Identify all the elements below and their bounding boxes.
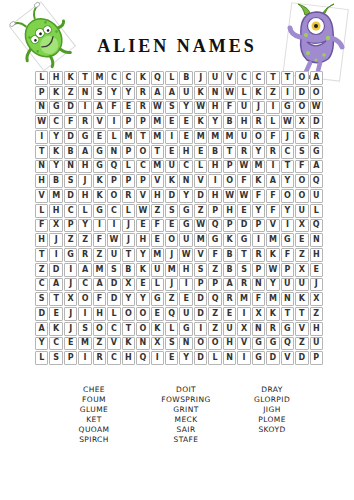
grid-cell: Y: [179, 189, 192, 203]
grid-cell: Z: [151, 204, 164, 218]
grid-cell: E: [310, 263, 323, 277]
grid-cell: E: [136, 219, 149, 233]
grid-cell: D: [194, 307, 207, 321]
grid-cell: B: [223, 115, 236, 129]
grid-cell: Y: [281, 174, 294, 188]
grid-cell: T: [281, 71, 294, 85]
grid-cell: R: [310, 130, 323, 144]
grid-cell: U: [208, 71, 221, 85]
grid-cell: O: [252, 130, 265, 144]
word-list-item: STAFE: [124, 435, 248, 445]
grid-cell: V: [35, 189, 48, 203]
grid-cell: H: [35, 174, 48, 188]
grid-cell: W: [237, 160, 250, 174]
grid-cell: H: [223, 204, 236, 218]
grid-cell: W: [310, 101, 323, 115]
grid-cell: K: [49, 322, 62, 336]
grid-cell: C: [107, 322, 120, 336]
grid-cell: C: [281, 145, 294, 159]
grid-cell: L: [122, 204, 135, 218]
grid-cell: P: [35, 86, 48, 100]
grid-cell: J: [194, 71, 207, 85]
grid-cell: K: [194, 86, 207, 100]
grid-cell: N: [252, 278, 265, 292]
grid-cell: F: [266, 130, 279, 144]
grid-cell: K: [252, 174, 265, 188]
grid-cell: T: [281, 160, 294, 174]
grid-cell: L: [107, 307, 120, 321]
grid-cell: Z: [165, 292, 178, 306]
grid-cell: M: [151, 248, 164, 262]
grid-cell: H: [208, 189, 221, 203]
grid-cell: P: [310, 351, 323, 365]
grid-cell: W: [151, 101, 164, 115]
grid-cell: V: [223, 71, 236, 85]
word-list-item: PLOME: [216, 415, 328, 425]
grid-cell: K: [93, 189, 106, 203]
grid-cell: Q: [107, 160, 120, 174]
grid-cell: P: [64, 219, 77, 233]
grid-cell: L: [237, 86, 250, 100]
grid-cell: K: [194, 115, 207, 129]
grid-cell: Q: [310, 219, 323, 233]
grid-cell: N: [179, 337, 192, 351]
grid-cell: F: [223, 101, 236, 115]
grid-cell: G: [281, 101, 294, 115]
grid-cell: Z: [93, 337, 106, 351]
grid-cell: Y: [266, 278, 279, 292]
grid-cell: I: [49, 248, 62, 262]
grid-cell: G: [310, 145, 323, 159]
grid-cell: S: [295, 145, 308, 159]
grid-cell: W: [237, 189, 250, 203]
grid-cell: Y: [122, 292, 135, 306]
grid-cell: Y: [35, 337, 48, 351]
grid-cell: V: [237, 337, 250, 351]
grid-cell: Y: [136, 292, 149, 306]
grid-cell: H: [35, 233, 48, 247]
grid-cell: K: [165, 174, 178, 188]
grid-cell: E: [223, 307, 236, 321]
grid-cell: I: [266, 101, 279, 115]
grid-cell: E: [179, 115, 192, 129]
grid-cell: R: [266, 322, 279, 336]
grid-cell: I: [64, 263, 77, 277]
grid-cell: M: [194, 130, 207, 144]
grid-cell: U: [295, 204, 308, 218]
grid-cell: K: [136, 71, 149, 85]
grid-cell: G: [266, 337, 279, 351]
grid-cell: E: [179, 130, 192, 144]
grid-cell: D: [237, 219, 250, 233]
grid-cell: F: [93, 233, 106, 247]
grid-cell: X: [295, 115, 308, 129]
grid-cell: O: [194, 337, 207, 351]
grid-cell: O: [295, 174, 308, 188]
grid-cell: N: [107, 145, 120, 159]
grid-cell: K: [64, 71, 77, 85]
grid-cell: I: [266, 160, 279, 174]
grid-cell: J: [252, 101, 265, 115]
grid-cell: J: [78, 174, 91, 188]
grid-cell: Y: [252, 204, 265, 218]
grid-cell: N: [310, 233, 323, 247]
grid-cell: B: [223, 263, 236, 277]
grid-cell: U: [165, 160, 178, 174]
grid-cell: B: [208, 145, 221, 159]
grid-cell: O: [136, 307, 149, 321]
grid-cell: X: [151, 337, 164, 351]
grid-cell: V: [136, 189, 149, 203]
grid-cell: C: [35, 278, 48, 292]
grid-cell: U: [179, 307, 192, 321]
grid-cell: N: [252, 322, 265, 336]
grid-cell: Y: [179, 101, 192, 115]
grid-cell: R: [136, 86, 149, 100]
grid-cell: U: [310, 189, 323, 203]
grid-cell: J: [122, 233, 135, 247]
grid-cell: G: [281, 322, 294, 336]
grid-cell: U: [237, 101, 250, 115]
grid-cell: T: [136, 130, 149, 144]
grid-cell: Z: [35, 263, 48, 277]
grid-cell: K: [266, 248, 279, 262]
grid-cell: D: [266, 351, 279, 365]
grid-cell: F: [281, 248, 294, 262]
grid-cell: S: [194, 263, 207, 277]
grid-cell: O: [107, 189, 120, 203]
grid-cell: F: [64, 115, 77, 129]
grid-cell: R: [93, 351, 106, 365]
grid-cell: L: [35, 351, 48, 365]
grid-cell: P: [223, 219, 236, 233]
grid-cell: R: [223, 292, 236, 306]
grid-cell: Y: [179, 351, 192, 365]
grid-cell: A: [310, 160, 323, 174]
grid-cell: M: [266, 292, 279, 306]
grid-cell: E: [165, 115, 178, 129]
grid-cell: A: [49, 278, 62, 292]
grid-cell: M: [252, 160, 265, 174]
grid-cell: U: [295, 278, 308, 292]
grid-cell: Z: [64, 233, 77, 247]
grid-cell: E: [151, 233, 164, 247]
grid-cell: U: [151, 263, 164, 277]
grid-cell: K: [223, 233, 236, 247]
grid-cell: M: [237, 292, 250, 306]
grid-cell: B: [223, 248, 236, 262]
grid-cell: A: [223, 278, 236, 292]
grid-cell: X: [64, 292, 77, 306]
grid-cell: T: [237, 248, 250, 262]
grid-cell: Y: [49, 160, 62, 174]
word-list-item: GLORPID: [216, 395, 328, 405]
grid-cell: G: [93, 204, 106, 218]
grid-cell: Q: [208, 219, 221, 233]
grid-cell: X: [49, 219, 62, 233]
grid-cell: W: [35, 115, 48, 129]
grid-cell: D: [295, 351, 308, 365]
grid-cell: R: [237, 145, 250, 159]
grid-cell: P: [122, 174, 135, 188]
grid-cell: M: [151, 160, 164, 174]
word-list-item: SKOYD: [216, 425, 328, 435]
grid-cell: T: [122, 322, 135, 336]
grid-cell: Z: [295, 248, 308, 262]
grid-cell: J: [165, 248, 178, 262]
grid-cell: P: [136, 115, 149, 129]
grid-cell: I: [237, 351, 250, 365]
grid-cell: M: [49, 189, 62, 203]
grid-cell: V: [266, 219, 279, 233]
grid-cell: M: [93, 71, 106, 85]
grid-cell: I: [107, 115, 120, 129]
grid-cell: Y: [208, 115, 221, 129]
grid-cell: T: [223, 145, 236, 159]
grid-cell: R: [252, 248, 265, 262]
grid-cell: G: [179, 204, 192, 218]
grid-cell: Q: [136, 351, 149, 365]
grid-cell: L: [194, 160, 207, 174]
grid-cell: P: [281, 263, 294, 277]
grid-cell: H: [151, 189, 164, 203]
grid-cell: I: [107, 219, 120, 233]
grid-cell: M: [194, 233, 207, 247]
grid-cell: X: [295, 263, 308, 277]
grid-cell: D: [165, 189, 178, 203]
grid-cell: E: [136, 278, 149, 292]
grid-cell: M: [208, 130, 221, 144]
grid-cell: X: [295, 219, 308, 233]
grid-cell: J: [281, 130, 294, 144]
grid-cell: Z: [78, 233, 91, 247]
grid-cell: D: [295, 86, 308, 100]
grid-cell: N: [208, 86, 221, 100]
grid-cell: Z: [64, 86, 77, 100]
word-column-3: DRAYGLORPIDJIGHPLOMESKOYD: [216, 385, 328, 435]
grid-cell: N: [64, 160, 77, 174]
grid-cell: O: [165, 233, 178, 247]
grid-cell: R: [78, 115, 91, 129]
grid-cell: A: [35, 322, 48, 336]
grid-cell: V: [194, 174, 207, 188]
grid-cell: C: [49, 115, 62, 129]
grid-cell: E: [194, 145, 207, 159]
grid-cell: D: [64, 189, 77, 203]
grid-cell: V: [295, 322, 308, 336]
grid-cell: J: [64, 307, 77, 321]
grid-cell: G: [281, 233, 294, 247]
grid-cell: S: [78, 322, 91, 336]
grid-cell: I: [78, 307, 91, 321]
grid-cell: K: [266, 307, 279, 321]
grid-cell: G: [64, 248, 77, 262]
grid-cell: H: [310, 248, 323, 262]
grid-cell: S: [237, 263, 250, 277]
grid-cell: T: [151, 145, 164, 159]
grid-cell: S: [93, 86, 106, 100]
grid-cell: U: [223, 322, 236, 336]
grid-cell: G: [49, 101, 62, 115]
grid-cell: H: [78, 160, 91, 174]
grid-cell: L: [35, 204, 48, 218]
grid-cell: F: [93, 292, 106, 306]
grid-cell: K: [295, 292, 308, 306]
grid-cell: Z: [194, 204, 207, 218]
grid-cell: A: [165, 86, 178, 100]
grid-cell: X: [310, 292, 323, 306]
grid-cell: J: [49, 233, 62, 247]
grid-cell: E: [151, 307, 164, 321]
grid-cell: Y: [122, 86, 135, 100]
grid-cell: W: [194, 101, 207, 115]
grid-cell: H: [49, 71, 62, 85]
grid-cell: A: [151, 86, 164, 100]
grid-cell: C: [78, 278, 91, 292]
grid-cell: L: [165, 71, 178, 85]
grid-cell: G: [179, 322, 192, 336]
grid-cell: D: [64, 101, 77, 115]
grid-cell: P: [223, 160, 236, 174]
grid-cell: U: [237, 130, 250, 144]
grid-cell: C: [49, 337, 62, 351]
grid-cell: J: [64, 278, 77, 292]
grid-cell: I: [78, 351, 91, 365]
grid-cell: Z: [266, 86, 279, 100]
grid-cell: E: [295, 233, 308, 247]
grid-cell: G: [93, 145, 106, 159]
grid-cell: J: [64, 322, 77, 336]
grid-cell: E: [165, 219, 178, 233]
grid-cell: H: [179, 263, 192, 277]
grid-cell: T: [35, 248, 48, 262]
grid-cell: P: [122, 115, 135, 129]
grid-cell: M: [151, 130, 164, 144]
grid-cell: S: [165, 337, 178, 351]
grid-cell: E: [237, 204, 250, 218]
grid-cell: X: [237, 322, 250, 336]
grid-cell: G: [151, 292, 164, 306]
grid-cell: F: [208, 248, 221, 262]
grid-cell: E: [64, 337, 77, 351]
grid-cell: O: [136, 322, 149, 336]
grid-cell: W: [281, 115, 294, 129]
grid-cell: R: [237, 278, 250, 292]
grid-cell: Y: [49, 130, 62, 144]
grid-cell: Y: [107, 86, 120, 100]
grid-cell: L: [208, 351, 221, 365]
grid-cell: N: [35, 160, 48, 174]
grid-cell: F: [35, 219, 48, 233]
grid-cell: R: [122, 189, 135, 203]
grid-cell: I: [281, 219, 294, 233]
grid-cell: A: [93, 278, 106, 292]
grid-cell: I: [93, 219, 106, 233]
grid-cell: S: [165, 204, 178, 218]
grid-cell: H: [237, 115, 250, 129]
grid-cell: P: [122, 145, 135, 159]
grid-cell: Y: [252, 145, 265, 159]
grid-cell: G: [252, 337, 265, 351]
grid-cell: O: [281, 189, 294, 203]
grid-cell: X: [122, 278, 135, 292]
grid-cell: D: [35, 307, 48, 321]
grid-cell: I: [281, 86, 294, 100]
grid-cell: P: [252, 263, 265, 277]
grid-cell: V: [107, 337, 120, 351]
grid-cell: M: [93, 263, 106, 277]
wordsearch-grid: LHKTMCCKQLBJUVCCTTOAPKZNSYYRAAUKNWLKZIDO…: [35, 71, 323, 365]
grid-cell: W: [194, 219, 207, 233]
grid-cell: D: [107, 278, 120, 292]
grid-cell: W: [223, 189, 236, 203]
grid-cell: H: [122, 351, 135, 365]
grid-cell: P: [194, 278, 207, 292]
grid-cell: I: [252, 233, 265, 247]
grid-cell: W: [179, 248, 192, 262]
grid-cell: D: [107, 292, 120, 306]
grid-cell: D: [49, 263, 62, 277]
grid-cell: F: [151, 219, 164, 233]
grid-cell: O: [136, 145, 149, 159]
grid-cell: V: [151, 174, 164, 188]
grid-cell: A: [266, 174, 279, 188]
grid-cell: K: [93, 174, 106, 188]
grid-cell: H: [93, 307, 106, 321]
grid-cell: I: [165, 130, 178, 144]
grid-cell: B: [122, 263, 135, 277]
grid-cell: L: [151, 278, 164, 292]
grid-cell: A: [310, 71, 323, 85]
grid-cell: P: [252, 219, 265, 233]
grid-cell: M: [78, 337, 91, 351]
grid-cell: N: [35, 101, 48, 115]
grid-cell: M: [122, 130, 135, 144]
grid-cell: P: [208, 278, 221, 292]
grid-cell: H: [310, 322, 323, 336]
grid-cell: C: [107, 204, 120, 218]
grid-cell: F: [237, 174, 250, 188]
grid-cell: Z: [310, 307, 323, 321]
grid-cell: V: [194, 248, 207, 262]
grid-cell: T: [281, 307, 294, 321]
grid-cell: R: [266, 145, 279, 159]
grid-cell: I: [151, 351, 164, 365]
grid-cell: Y: [281, 204, 294, 218]
grid-cell: L: [266, 115, 279, 129]
grid-cell: L: [122, 160, 135, 174]
grid-cell: H: [78, 189, 91, 203]
grid-cell: M: [151, 115, 164, 129]
grid-cell: P: [136, 174, 149, 188]
grid-cell: L: [310, 204, 323, 218]
grid-cell: C: [107, 71, 120, 85]
grid-cell: E: [165, 351, 178, 365]
grid-cell: B: [64, 145, 77, 159]
grid-cell: U: [310, 337, 323, 351]
grid-cell: W: [136, 204, 149, 218]
grid-cell: W: [107, 233, 120, 247]
grid-cell: K: [151, 322, 164, 336]
grid-cell: O: [78, 292, 91, 306]
grid-cell: S: [165, 101, 178, 115]
grid-cell: I: [78, 101, 91, 115]
grid-cell: F: [252, 189, 265, 203]
grid-cell: W: [223, 86, 236, 100]
page-title: ALIEN NAMES: [0, 36, 354, 57]
grid-cell: N: [136, 337, 149, 351]
grid-cell: Q: [281, 337, 294, 351]
